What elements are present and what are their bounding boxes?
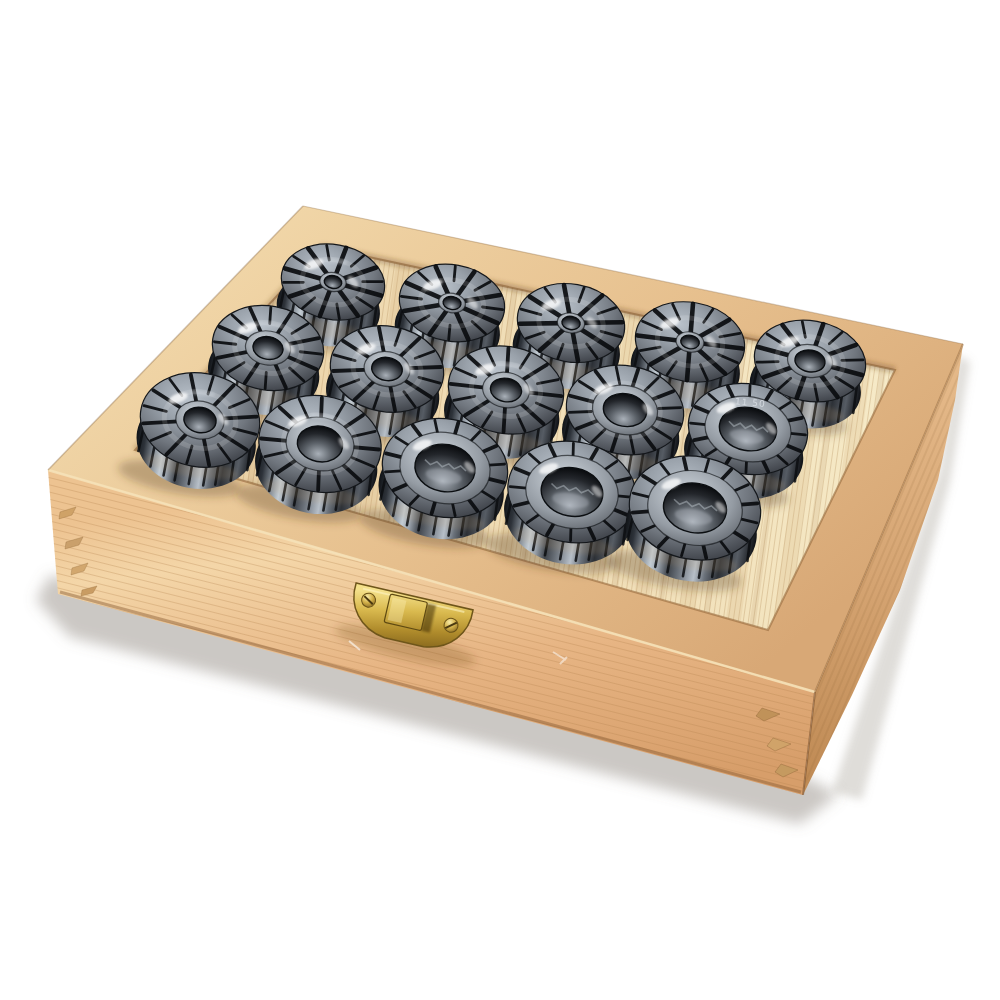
collet-set-photo: 11 50 bbox=[0, 0, 1000, 1000]
product-photo-stage: 11 50 bbox=[0, 0, 1000, 1000]
